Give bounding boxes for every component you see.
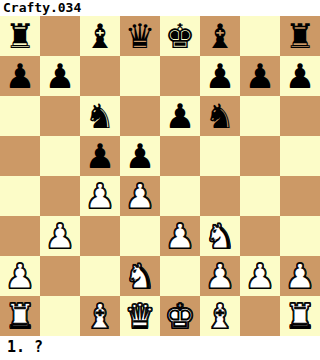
square-e3[interactable]: ♟ [160, 216, 200, 256]
square-a1[interactable]: ♜ [0, 296, 40, 336]
square-f6[interactable]: ♞ [200, 96, 240, 136]
square-h1[interactable]: ♜ [280, 296, 320, 336]
square-e6[interactable]: ♟ [160, 96, 200, 136]
square-a3[interactable] [0, 216, 40, 256]
square-g2[interactable]: ♟ [240, 256, 280, 296]
square-e2[interactable] [160, 256, 200, 296]
black-queen-piece: ♛ [125, 16, 155, 56]
square-c1[interactable]: ♝ [80, 296, 120, 336]
white-pawn-piece: ♟ [205, 256, 235, 296]
black-bishop-piece: ♝ [205, 16, 235, 56]
move-prompt: 1. ? [0, 336, 320, 360]
square-d7[interactable] [120, 56, 160, 96]
square-e8[interactable]: ♚ [160, 16, 200, 56]
black-pawn-piece: ♟ [205, 56, 235, 96]
white-king-piece: ♚ [165, 296, 195, 336]
engine-title: Crafty.034 [0, 0, 320, 16]
white-pawn-piece: ♟ [125, 176, 155, 216]
square-b1[interactable] [40, 296, 80, 336]
square-h2[interactable]: ♟ [280, 256, 320, 296]
square-c2[interactable] [80, 256, 120, 296]
white-rook-piece: ♜ [285, 296, 315, 336]
white-pawn-piece: ♟ [45, 216, 75, 256]
square-e7[interactable] [160, 56, 200, 96]
square-d2[interactable]: ♞ [120, 256, 160, 296]
square-a6[interactable] [0, 96, 40, 136]
square-d5[interactable]: ♟ [120, 136, 160, 176]
white-pawn-piece: ♟ [5, 256, 35, 296]
square-b6[interactable] [40, 96, 80, 136]
square-c8[interactable]: ♝ [80, 16, 120, 56]
black-pawn-piece: ♟ [245, 56, 275, 96]
square-b4[interactable] [40, 176, 80, 216]
xboard-window: Crafty.034 ♜♝♛♚♝♜♟♟♟♟♟♞♟♞♟♟♟♟♟♟♞♟♞♟♟♟♜♝♛… [0, 0, 320, 360]
black-knight-piece: ♞ [205, 96, 235, 136]
white-rook-piece: ♜ [5, 296, 35, 336]
square-b7[interactable]: ♟ [40, 56, 80, 96]
black-pawn-piece: ♟ [165, 96, 195, 136]
black-knight-piece: ♞ [85, 96, 115, 136]
square-f1[interactable]: ♝ [200, 296, 240, 336]
square-a2[interactable]: ♟ [0, 256, 40, 296]
square-e4[interactable] [160, 176, 200, 216]
square-g7[interactable]: ♟ [240, 56, 280, 96]
square-c7[interactable] [80, 56, 120, 96]
square-c3[interactable] [80, 216, 120, 256]
square-h6[interactable] [280, 96, 320, 136]
white-pawn-piece: ♟ [85, 176, 115, 216]
square-b2[interactable] [40, 256, 80, 296]
square-d8[interactable]: ♛ [120, 16, 160, 56]
white-pawn-piece: ♟ [285, 256, 315, 296]
square-d4[interactable]: ♟ [120, 176, 160, 216]
black-king-piece: ♚ [165, 16, 195, 56]
square-b5[interactable] [40, 136, 80, 176]
white-queen-piece: ♛ [125, 296, 155, 336]
black-bishop-piece: ♝ [85, 16, 115, 56]
black-rook-piece: ♜ [5, 16, 35, 56]
black-pawn-piece: ♟ [45, 56, 75, 96]
square-b8[interactable] [40, 16, 80, 56]
square-f7[interactable]: ♟ [200, 56, 240, 96]
square-f8[interactable]: ♝ [200, 16, 240, 56]
square-d6[interactable] [120, 96, 160, 136]
square-f4[interactable] [200, 176, 240, 216]
square-h7[interactable]: ♟ [280, 56, 320, 96]
square-c5[interactable]: ♟ [80, 136, 120, 176]
square-d1[interactable]: ♛ [120, 296, 160, 336]
black-pawn-piece: ♟ [5, 56, 35, 96]
square-f2[interactable]: ♟ [200, 256, 240, 296]
black-pawn-piece: ♟ [285, 56, 315, 96]
square-e1[interactable]: ♚ [160, 296, 200, 336]
square-h4[interactable] [280, 176, 320, 216]
square-g4[interactable] [240, 176, 280, 216]
square-g6[interactable] [240, 96, 280, 136]
black-pawn-piece: ♟ [125, 136, 155, 176]
square-g5[interactable] [240, 136, 280, 176]
white-pawn-piece: ♟ [245, 256, 275, 296]
square-b3[interactable]: ♟ [40, 216, 80, 256]
square-g8[interactable] [240, 16, 280, 56]
square-g3[interactable] [240, 216, 280, 256]
white-knight-piece: ♞ [205, 216, 235, 256]
black-rook-piece: ♜ [285, 16, 315, 56]
square-a8[interactable]: ♜ [0, 16, 40, 56]
white-knight-piece: ♞ [125, 256, 155, 296]
white-bishop-piece: ♝ [85, 296, 115, 336]
square-c6[interactable]: ♞ [80, 96, 120, 136]
square-g1[interactable] [240, 296, 280, 336]
square-f5[interactable] [200, 136, 240, 176]
square-a7[interactable]: ♟ [0, 56, 40, 96]
square-c4[interactable]: ♟ [80, 176, 120, 216]
square-d3[interactable] [120, 216, 160, 256]
white-pawn-piece: ♟ [165, 216, 195, 256]
square-a4[interactable] [0, 176, 40, 216]
square-a5[interactable] [0, 136, 40, 176]
chess-board: ♜♝♛♚♝♜♟♟♟♟♟♞♟♞♟♟♟♟♟♟♞♟♞♟♟♟♜♝♛♚♝♜ [0, 16, 320, 336]
square-h3[interactable] [280, 216, 320, 256]
square-f3[interactable]: ♞ [200, 216, 240, 256]
white-bishop-piece: ♝ [205, 296, 235, 336]
square-e5[interactable] [160, 136, 200, 176]
square-h5[interactable] [280, 136, 320, 176]
black-pawn-piece: ♟ [85, 136, 115, 176]
square-h8[interactable]: ♜ [280, 16, 320, 56]
